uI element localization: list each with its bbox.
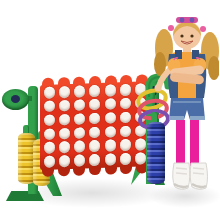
board-scallop	[120, 166, 132, 174]
empty-hole	[89, 140, 100, 152]
sunglasses	[176, 17, 198, 23]
board-cell-r3c3	[72, 112, 87, 126]
board-cell-r5c1	[42, 141, 57, 155]
board-scallop	[42, 169, 54, 177]
board-cell-r2c3	[72, 98, 87, 112]
pink-leggings	[190, 120, 199, 166]
board-cell-r5c6	[118, 138, 133, 152]
empty-hole	[74, 127, 85, 139]
empty-hole	[59, 155, 70, 167]
empty-hole	[105, 126, 116, 138]
empty-hole	[74, 99, 85, 111]
board-cell-r1c6	[118, 83, 133, 97]
board-cell-r5c4	[87, 139, 102, 153]
empty-hole	[59, 86, 70, 98]
board-grid	[42, 82, 148, 169]
white-sneakers	[173, 163, 208, 189]
empty-hole	[44, 142, 55, 154]
board-cell-r1c1	[42, 85, 57, 99]
board-cell-r3c1	[42, 113, 57, 127]
empty-hole	[120, 153, 131, 165]
empty-hole	[44, 87, 55, 99]
empty-hole	[89, 127, 100, 139]
empty-hole	[105, 112, 116, 124]
board-cell-r3c5	[103, 111, 118, 125]
board-cell-r4c5	[103, 125, 118, 139]
board-cell-r1c3	[72, 84, 87, 98]
empty-hole	[89, 99, 100, 111]
empty-hole	[44, 100, 55, 112]
board-cell-r6c3	[72, 154, 87, 168]
child-figure	[147, 10, 219, 202]
connect-four-board	[40, 81, 150, 170]
board-cell-r3c6	[118, 110, 133, 124]
board-cell-r4c3	[72, 126, 87, 140]
left-post-foot	[6, 191, 44, 201]
empty-hole	[89, 85, 100, 97]
board-scallop	[58, 168, 70, 176]
board-cell-r6c2	[57, 154, 72, 168]
empty-hole	[135, 139, 146, 151]
board-cell-r2c2	[57, 99, 72, 113]
board-cell-r3c4	[87, 111, 102, 125]
board-cell-r2c6	[118, 97, 133, 111]
board-cell-r2c5	[103, 97, 118, 111]
empty-hole	[105, 154, 116, 166]
empty-hole	[120, 125, 131, 137]
board-cell-r4c2	[57, 126, 72, 140]
board-cell-r1c5	[103, 83, 118, 97]
empty-hole	[105, 140, 116, 152]
hair-tie	[168, 25, 174, 31]
empty-hole	[74, 86, 85, 98]
basketball-hoop-ring	[2, 89, 29, 110]
empty-hole	[120, 98, 131, 110]
board-cell-r5c5	[103, 139, 118, 153]
empty-hole	[74, 113, 85, 125]
empty-hole	[120, 139, 131, 151]
product-photo-giant-connect-four	[0, 0, 220, 220]
empty-hole	[89, 154, 100, 166]
board-cell-r3c2	[57, 113, 72, 127]
board-cell-r6c5	[103, 152, 118, 166]
empty-hole	[44, 156, 55, 168]
board-cell-r1c4	[87, 84, 102, 98]
board-cell-r5c3	[72, 140, 87, 154]
empty-hole	[59, 128, 70, 140]
board-cell-r2c1	[42, 99, 57, 113]
hair-tie	[200, 26, 206, 32]
empty-hole	[59, 100, 70, 112]
empty-hole	[89, 113, 100, 125]
empty-hole	[59, 141, 70, 153]
empty-hole	[105, 98, 116, 110]
board-cell-r6c6	[118, 152, 133, 166]
empty-hole	[74, 155, 85, 167]
empty-hole	[44, 128, 55, 140]
empty-hole	[44, 114, 55, 126]
empty-hole	[120, 84, 131, 96]
board-cell-r6c4	[87, 153, 102, 167]
empty-hole	[59, 114, 70, 126]
board-cell-r4c4	[87, 125, 102, 139]
pink-leggings	[176, 120, 185, 166]
empty-hole	[74, 141, 85, 153]
board-cell-r4c6	[118, 124, 133, 138]
board-scallop	[73, 167, 85, 175]
board-cell-r2c4	[87, 98, 102, 112]
board-cell-r5c2	[57, 140, 72, 154]
board-cell-r1c2	[57, 85, 72, 99]
board-cell-r6c1	[42, 155, 57, 169]
hand	[155, 85, 162, 92]
empty-hole	[135, 153, 146, 165]
empty-hole	[105, 85, 116, 97]
board-cell-r4c1	[42, 127, 57, 141]
empty-hole	[120, 112, 131, 124]
board-scallop	[105, 166, 117, 174]
board-scallop	[89, 167, 101, 175]
